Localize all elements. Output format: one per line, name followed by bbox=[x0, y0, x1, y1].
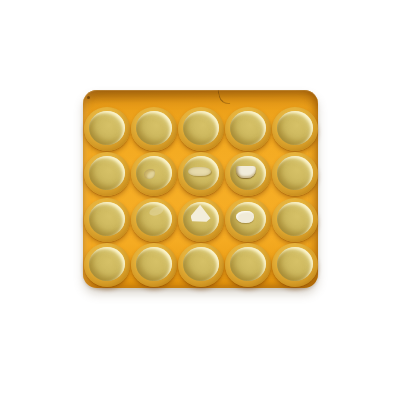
tablet-r2c5 bbox=[272, 152, 318, 196]
scratch-mark bbox=[217, 88, 230, 106]
tablet-top bbox=[136, 156, 172, 190]
tablet-top bbox=[89, 156, 125, 190]
pinhole-speck bbox=[87, 96, 90, 99]
tablet-top bbox=[136, 111, 172, 145]
tablet-r4c1 bbox=[84, 243, 130, 287]
tablet-r1c1 bbox=[84, 107, 130, 151]
tablet-r3c1 bbox=[84, 198, 130, 242]
tablet-top bbox=[183, 111, 219, 145]
tablet-r2c4 bbox=[225, 152, 271, 196]
tablet-top bbox=[183, 156, 219, 190]
tablet-r4c4 bbox=[225, 243, 271, 287]
tablet-r3c3 bbox=[178, 198, 224, 242]
tablet-top bbox=[230, 202, 266, 236]
tablet-r3c2 bbox=[131, 198, 177, 242]
tablet-r2c1 bbox=[84, 152, 130, 196]
chip-mark bbox=[236, 166, 256, 178]
tablet-top bbox=[183, 202, 219, 236]
tablet-top bbox=[89, 202, 125, 236]
blister-pack-tray bbox=[83, 90, 318, 288]
chip-mark bbox=[144, 169, 155, 179]
tablet-top bbox=[277, 202, 313, 236]
tablet-top bbox=[136, 247, 172, 281]
chip-mark bbox=[188, 167, 211, 176]
tablet-r4c2 bbox=[131, 243, 177, 287]
tablet-r4c5 bbox=[272, 243, 318, 287]
tablet-top bbox=[89, 111, 125, 145]
tablet-top bbox=[277, 247, 313, 281]
tablet-top bbox=[136, 202, 172, 236]
tablet-top bbox=[230, 156, 266, 190]
tablet-r4c3 bbox=[178, 243, 224, 287]
chip-mark bbox=[148, 204, 165, 217]
tablet-top bbox=[89, 247, 125, 281]
tablet-r2c3 bbox=[178, 152, 224, 196]
tablet-top bbox=[277, 156, 313, 190]
tablet-r1c4 bbox=[225, 107, 271, 151]
tablet-r2c2 bbox=[131, 152, 177, 196]
tablet-r1c2 bbox=[131, 107, 177, 151]
tablet-r3c4 bbox=[225, 198, 271, 242]
tablet-top bbox=[183, 247, 219, 281]
chip-mark bbox=[191, 205, 211, 222]
tablet-top bbox=[230, 247, 266, 281]
tablet-top bbox=[230, 111, 266, 145]
blister-grid bbox=[83, 106, 318, 288]
chip-mark bbox=[236, 211, 254, 223]
tablet-r1c5 bbox=[272, 107, 318, 151]
tablet-top bbox=[277, 111, 313, 145]
tablet-r1c3 bbox=[178, 107, 224, 151]
photo-canvas bbox=[0, 0, 400, 400]
tablet-r3c5 bbox=[272, 198, 318, 242]
